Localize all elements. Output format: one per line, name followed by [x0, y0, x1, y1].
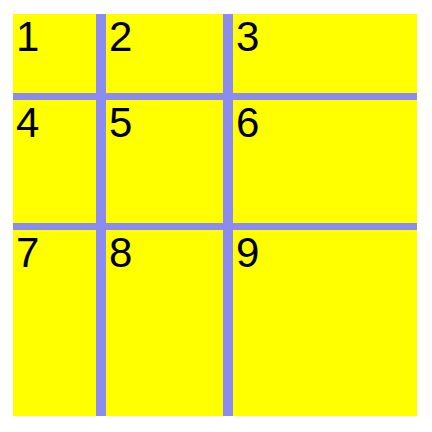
grid-cell-3[interactable]: 3 [233, 14, 417, 93]
grid-cell-1[interactable]: 1 [13, 14, 96, 93]
grid-cell-6[interactable]: 6 [233, 100, 417, 223]
grid-cell-4[interactable]: 4 [13, 100, 96, 223]
grid-cell-8[interactable]: 8 [106, 230, 223, 416]
grid-cell-7[interactable]: 7 [13, 230, 96, 416]
grid-board: 1 2 3 4 5 6 7 8 9 [13, 14, 417, 416]
grid-cell-9[interactable]: 9 [233, 230, 417, 416]
grid-cell-5[interactable]: 5 [106, 100, 223, 223]
grid-cell-2[interactable]: 2 [106, 14, 223, 93]
